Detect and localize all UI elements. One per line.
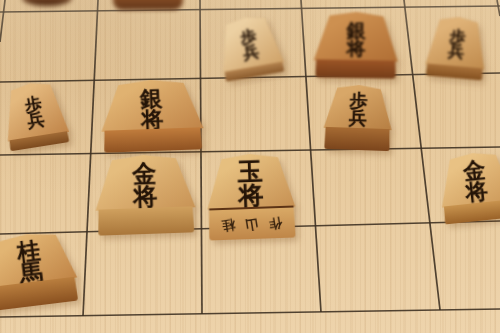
shogi-board-photo: 歩兵銀将歩兵歩兵銀将歩兵金将玉将桂山作金将桂馬 (0, 0, 500, 333)
piece-ginsho-row2-col4[interactable]: 銀将 (313, 11, 398, 78)
piece-kanji-label: 玉将 (237, 160, 264, 208)
kanji-char: 兵 (349, 109, 368, 127)
piece-kanji-label: 歩兵 (349, 92, 368, 127)
maker-signature-char: 山 (244, 214, 260, 234)
piece-face: 銀将 (100, 78, 204, 132)
kanji-char: 将 (346, 39, 365, 57)
piece-kinsho-row4-col2[interactable]: 金将 (94, 153, 197, 235)
kanji-char: 将 (238, 184, 264, 209)
piece-kanji-label: 歩兵 (448, 28, 467, 60)
kanji-char: 将 (141, 108, 164, 130)
piece-kanji-label: 銀将 (346, 21, 366, 57)
piece-face: 銀将 (314, 11, 399, 61)
piece-fuhyo-row2-col5[interactable]: 歩兵 (424, 15, 488, 81)
piece-face: 金将 (437, 149, 500, 207)
board-vline-3 (200, 0, 202, 314)
kanji-char: 将 (464, 180, 488, 203)
piece-kanji-label: 金将 (462, 159, 488, 203)
piece-gyokusho-row4-col3[interactable]: 玉将桂山作 (206, 152, 297, 240)
piece-bottom-face-signature: 桂山作 (208, 205, 295, 240)
maker-signature-char: 作 (267, 213, 283, 233)
piece-side-base (98, 206, 195, 235)
piece-side-base (315, 59, 396, 78)
piece-side-base (324, 127, 390, 151)
kanji-char: 将 (133, 185, 158, 209)
piece-face: 歩兵 (324, 84, 393, 130)
kanji-char: 兵 (448, 43, 465, 60)
piece-fuhyo-row2-col3[interactable]: 歩兵 (214, 12, 285, 82)
board-hline-5 (0, 309, 500, 317)
kanji-char: 兵 (26, 111, 45, 130)
piece-face: 金将 (94, 153, 196, 210)
piece-keima-row5-col1[interactable]: 桂馬 (0, 229, 80, 311)
piece-face: 歩兵 (0, 79, 69, 142)
piece-side-base (104, 127, 203, 152)
piece-kanji-label: 桂馬 (16, 239, 44, 285)
piece-kanji-label: 歩兵 (239, 28, 260, 61)
piece-kinsho-row4-col5[interactable]: 金将 (437, 149, 500, 224)
piece-ginsho-row3-col2[interactable]: 銀将 (100, 78, 204, 153)
maker-signature-char: 桂 (221, 215, 237, 235)
oof-piece-base-mid (113, 0, 183, 10)
piece-face: 玉将 (206, 152, 296, 209)
kanji-char: 兵 (242, 43, 260, 61)
piece-face: 歩兵 (425, 15, 488, 70)
piece-kanji-label: 金将 (132, 162, 158, 208)
piece-kanji-label: 銀将 (140, 87, 163, 130)
piece-fuhyo-row3-col4[interactable]: 歩兵 (323, 84, 393, 151)
piece-kanji-label: 歩兵 (24, 95, 46, 130)
board-hline-1 (0, 6, 500, 12)
board-vline-1 (0, 0, 5, 42)
piece-fuhyo-row3-col1[interactable]: 歩兵 (0, 79, 71, 152)
